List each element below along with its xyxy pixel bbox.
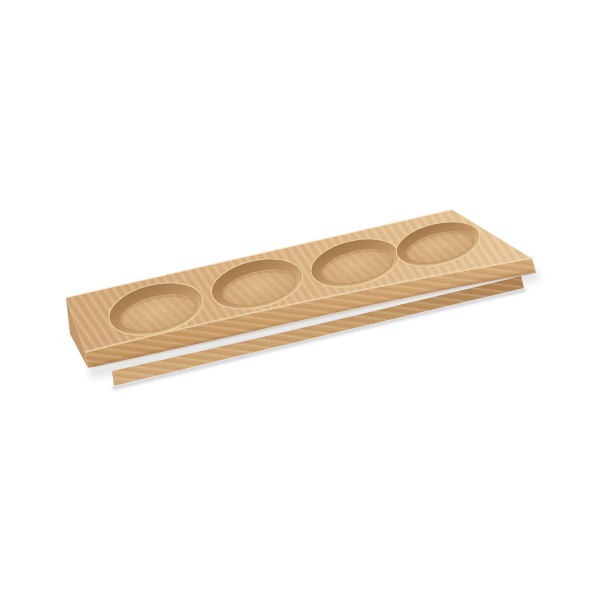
product-photo-stage: wooden four-recess tray [0,0,600,600]
wooden-tray-figure: wooden four-recess tray [0,0,600,600]
wooden-tray-photo [0,0,600,600]
